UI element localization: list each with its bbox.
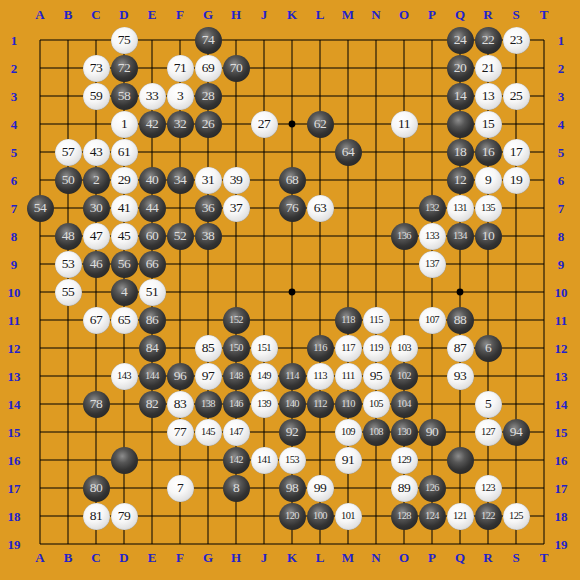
intersection-R2[interactable]: 21	[474, 54, 502, 82]
intersection-P12[interactable]	[418, 334, 446, 362]
intersection-B11[interactable]	[54, 306, 82, 334]
stone-move-19-S6[interactable]: 19	[503, 167, 530, 194]
intersection-L6[interactable]	[306, 166, 334, 194]
stone-move-108-N15[interactable]: 108	[363, 419, 390, 446]
intersection-H16[interactable]: 142	[222, 446, 250, 474]
stone-move-87-Q12[interactable]: 87	[447, 335, 474, 362]
stone-move-28-G3[interactable]: 28	[195, 83, 222, 110]
intersection-O14[interactable]: 104	[390, 390, 418, 418]
intersection-N12[interactable]: 119	[362, 334, 390, 362]
stone-move-114-K13[interactable]: 114	[279, 363, 306, 390]
intersection-P4[interactable]	[418, 110, 446, 138]
intersection-K19[interactable]	[278, 530, 306, 558]
intersection-E8[interactable]: 60	[138, 222, 166, 250]
stone-move-126-P17[interactable]: 126	[419, 475, 446, 502]
stone-move-42-E4[interactable]: 42	[139, 111, 166, 138]
intersection-D4[interactable]: 1	[110, 110, 138, 138]
intersection-T11[interactable]	[530, 306, 558, 334]
intersection-T4[interactable]	[530, 110, 558, 138]
intersection-G15[interactable]: 145	[194, 418, 222, 446]
intersection-K13[interactable]: 114	[278, 362, 306, 390]
stone-move-71-F2[interactable]: 71	[167, 55, 194, 82]
intersection-O3[interactable]	[390, 82, 418, 110]
intersection-E5[interactable]	[138, 138, 166, 166]
intersection-C5[interactable]: 43	[82, 138, 110, 166]
intersection-S12[interactable]	[502, 334, 530, 362]
stone-move-90-P15[interactable]: 90	[419, 419, 446, 446]
intersection-Q19[interactable]	[446, 530, 474, 558]
intersection-K11[interactable]	[278, 306, 306, 334]
intersection-T6[interactable]	[530, 166, 558, 194]
intersection-R19[interactable]	[474, 530, 502, 558]
intersection-N15[interactable]: 108	[362, 418, 390, 446]
intersection-E6[interactable]: 40	[138, 166, 166, 194]
stone-move-133-P8[interactable]: 133	[419, 223, 446, 250]
stone-move-61-D5[interactable]: 61	[111, 139, 138, 166]
intersection-Q16[interactable]	[446, 446, 474, 474]
intersection-S10[interactable]	[502, 278, 530, 306]
intersection-M17[interactable]	[334, 474, 362, 502]
intersection-H9[interactable]	[222, 250, 250, 278]
intersection-P9[interactable]: 137	[418, 250, 446, 278]
stone-move-95-N13[interactable]: 95	[363, 363, 390, 390]
stone-move-37-H7[interactable]: 37	[223, 195, 250, 222]
intersection-C10[interactable]	[82, 278, 110, 306]
intersection-J7[interactable]	[250, 194, 278, 222]
intersection-C8[interactable]: 47	[82, 222, 110, 250]
intersection-J13[interactable]: 149	[250, 362, 278, 390]
intersection-P10[interactable]	[418, 278, 446, 306]
stone-move-127-R15[interactable]: 127	[475, 419, 502, 446]
intersection-E15[interactable]	[138, 418, 166, 446]
intersection-P7[interactable]: 132	[418, 194, 446, 222]
stone-move-47-C8[interactable]: 47	[83, 223, 110, 250]
intersection-D17[interactable]	[110, 474, 138, 502]
stone-move-98-K17[interactable]: 98	[279, 475, 306, 502]
stone-move-32-F4[interactable]: 32	[167, 111, 194, 138]
intersection-G11[interactable]	[194, 306, 222, 334]
intersection-F3[interactable]: 3	[166, 82, 194, 110]
stone-move-14-Q3[interactable]: 14	[447, 83, 474, 110]
stone-move-59-C3[interactable]: 59	[83, 83, 110, 110]
stone-move-96-F13[interactable]: 96	[167, 363, 194, 390]
intersection-B16[interactable]	[54, 446, 82, 474]
intersection-J3[interactable]	[250, 82, 278, 110]
intersection-D18[interactable]: 79	[110, 502, 138, 530]
intersection-O19[interactable]	[390, 530, 418, 558]
stone-move-34-F6[interactable]: 34	[167, 167, 194, 194]
intersection-G7[interactable]: 36	[194, 194, 222, 222]
stone-move-54-A7[interactable]: 54	[27, 195, 54, 222]
intersection-J9[interactable]	[250, 250, 278, 278]
intersection-R18[interactable]: 122	[474, 502, 502, 530]
stone-move-39-H6[interactable]: 39	[223, 167, 250, 194]
intersection-F7[interactable]	[166, 194, 194, 222]
intersection-S6[interactable]: 19	[502, 166, 530, 194]
intersection-F4[interactable]: 32	[166, 110, 194, 138]
intersection-C17[interactable]: 80	[82, 474, 110, 502]
stone-move-103-O12[interactable]: 103	[391, 335, 418, 362]
intersection-A8[interactable]	[26, 222, 54, 250]
intersection-L3[interactable]	[306, 82, 334, 110]
stone-move-113-L13[interactable]: 113	[307, 363, 334, 390]
intersection-K8[interactable]	[278, 222, 306, 250]
stone-move-92-K15[interactable]: 92	[279, 419, 306, 446]
intersection-E13[interactable]: 144	[138, 362, 166, 390]
intersection-P3[interactable]	[418, 82, 446, 110]
stone-move-78-C14[interactable]: 78	[83, 391, 110, 418]
intersection-L7[interactable]: 63	[306, 194, 334, 222]
intersection-J1[interactable]	[250, 26, 278, 54]
stone-move-8-H17[interactable]: 8	[223, 475, 250, 502]
intersection-T1[interactable]	[530, 26, 558, 54]
intersection-T5[interactable]	[530, 138, 558, 166]
intersection-K10[interactable]	[278, 278, 306, 306]
intersection-M16[interactable]: 91	[334, 446, 362, 474]
intersection-C3[interactable]: 59	[82, 82, 110, 110]
intersection-D11[interactable]: 65	[110, 306, 138, 334]
intersection-R7[interactable]: 135	[474, 194, 502, 222]
intersection-N3[interactable]	[362, 82, 390, 110]
stone-move-2-C6[interactable]: 2	[83, 167, 110, 194]
intersection-J2[interactable]	[250, 54, 278, 82]
stone-move-86-E11[interactable]: 86	[139, 307, 166, 334]
intersection-F10[interactable]	[166, 278, 194, 306]
intersection-B6[interactable]: 50	[54, 166, 82, 194]
intersection-O18[interactable]: 128	[390, 502, 418, 530]
intersection-Q6[interactable]: 12	[446, 166, 474, 194]
intersection-O10[interactable]	[390, 278, 418, 306]
intersection-N2[interactable]	[362, 54, 390, 82]
stone-move-129-O16[interactable]: 129	[391, 447, 418, 474]
intersection-B3[interactable]	[54, 82, 82, 110]
intersection-F5[interactable]	[166, 138, 194, 166]
intersection-C1[interactable]	[82, 26, 110, 54]
stone-move-38-G8[interactable]: 38	[195, 223, 222, 250]
intersection-K18[interactable]: 120	[278, 502, 306, 530]
stone-move-123-R17[interactable]: 123	[475, 475, 502, 502]
intersection-A6[interactable]	[26, 166, 54, 194]
intersection-L11[interactable]	[306, 306, 334, 334]
stone-move-1-D4[interactable]: 1	[111, 111, 138, 138]
intersection-E18[interactable]	[138, 502, 166, 530]
intersection-T17[interactable]	[530, 474, 558, 502]
intersection-G1[interactable]: 74	[194, 26, 222, 54]
stone-move-66-E9[interactable]: 66	[139, 251, 166, 278]
intersection-L2[interactable]	[306, 54, 334, 82]
stone-move-7-F17[interactable]: 7	[167, 475, 194, 502]
stone-move-30-C7[interactable]: 30	[83, 195, 110, 222]
stone-move-58-D3[interactable]: 58	[111, 83, 138, 110]
intersection-J15[interactable]	[250, 418, 278, 446]
stone-move-137-P9[interactable]: 137	[419, 251, 446, 278]
intersection-O15[interactable]: 130	[390, 418, 418, 446]
intersection-R1[interactable]: 22	[474, 26, 502, 54]
stone-handicap-Q16[interactable]	[447, 447, 474, 474]
stone-move-77-F15[interactable]: 77	[167, 419, 194, 446]
stone-move-65-D11[interactable]: 65	[111, 307, 138, 334]
stone-move-50-B6[interactable]: 50	[55, 167, 82, 194]
intersection-B4[interactable]	[54, 110, 82, 138]
intersection-H17[interactable]: 8	[222, 474, 250, 502]
intersection-G18[interactable]	[194, 502, 222, 530]
intersection-P14[interactable]	[418, 390, 446, 418]
intersection-Q9[interactable]	[446, 250, 474, 278]
stone-move-44-E7[interactable]: 44	[139, 195, 166, 222]
intersection-B10[interactable]: 55	[54, 278, 82, 306]
stone-move-116-L12[interactable]: 116	[307, 335, 334, 362]
stone-move-53-B9[interactable]: 53	[55, 251, 82, 278]
intersection-C4[interactable]	[82, 110, 110, 138]
intersection-D2[interactable]: 72	[110, 54, 138, 82]
intersection-R6[interactable]: 9	[474, 166, 502, 194]
stone-move-20-Q2[interactable]: 20	[447, 55, 474, 82]
intersection-Q17[interactable]	[446, 474, 474, 502]
intersection-R17[interactable]: 123	[474, 474, 502, 502]
intersection-M14[interactable]: 110	[334, 390, 362, 418]
intersection-D19[interactable]	[110, 530, 138, 558]
stone-move-52-F8[interactable]: 52	[167, 223, 194, 250]
stone-move-4-D10[interactable]: 4	[111, 279, 138, 306]
intersection-E10[interactable]: 51	[138, 278, 166, 306]
intersection-T15[interactable]	[530, 418, 558, 446]
intersection-E16[interactable]	[138, 446, 166, 474]
stone-move-5-R14[interactable]: 5	[475, 391, 502, 418]
intersection-T12[interactable]	[530, 334, 558, 362]
intersection-Q1[interactable]: 24	[446, 26, 474, 54]
stone-move-68-K6[interactable]: 68	[279, 167, 306, 194]
stone-move-57-B5[interactable]: 57	[55, 139, 82, 166]
stone-move-152-H11[interactable]: 152	[223, 307, 250, 334]
stone-move-140-K14[interactable]: 140	[279, 391, 306, 418]
stone-move-26-G4[interactable]: 26	[195, 111, 222, 138]
intersection-N10[interactable]	[362, 278, 390, 306]
stone-move-74-G1[interactable]: 74	[195, 27, 222, 54]
intersection-A16[interactable]	[26, 446, 54, 474]
intersection-L10[interactable]	[306, 278, 334, 306]
stone-move-150-H12[interactable]: 150	[223, 335, 250, 362]
intersection-A5[interactable]	[26, 138, 54, 166]
intersection-D6[interactable]: 29	[110, 166, 138, 194]
intersection-G10[interactable]	[194, 278, 222, 306]
stone-move-69-G2[interactable]: 69	[195, 55, 222, 82]
stone-move-135-R7[interactable]: 135	[475, 195, 502, 222]
intersection-F8[interactable]: 52	[166, 222, 194, 250]
intersection-M13[interactable]: 111	[334, 362, 362, 390]
stone-move-143-D13[interactable]: 143	[111, 363, 138, 390]
stone-move-94-S15[interactable]: 94	[503, 419, 530, 446]
intersection-J6[interactable]	[250, 166, 278, 194]
intersection-C7[interactable]: 30	[82, 194, 110, 222]
intersection-K7[interactable]: 76	[278, 194, 306, 222]
stone-move-13-R3[interactable]: 13	[475, 83, 502, 110]
intersection-B19[interactable]	[54, 530, 82, 558]
intersection-H1[interactable]	[222, 26, 250, 54]
intersection-H6[interactable]: 39	[222, 166, 250, 194]
intersection-C19[interactable]	[82, 530, 110, 558]
intersection-N8[interactable]	[362, 222, 390, 250]
stone-move-15-R4[interactable]: 15	[475, 111, 502, 138]
intersection-N14[interactable]: 105	[362, 390, 390, 418]
stone-move-22-R1[interactable]: 22	[475, 27, 502, 54]
intersection-N9[interactable]	[362, 250, 390, 278]
intersection-D14[interactable]	[110, 390, 138, 418]
stone-move-55-B10[interactable]: 55	[55, 279, 82, 306]
intersection-M8[interactable]	[334, 222, 362, 250]
intersection-T3[interactable]	[530, 82, 558, 110]
intersection-T2[interactable]	[530, 54, 558, 82]
intersection-F2[interactable]: 71	[166, 54, 194, 82]
intersection-S2[interactable]	[502, 54, 530, 82]
stone-move-111-M13[interactable]: 111	[335, 363, 362, 390]
intersection-M11[interactable]: 118	[334, 306, 362, 334]
intersection-F13[interactable]: 96	[166, 362, 194, 390]
stone-move-146-H14[interactable]: 146	[223, 391, 250, 418]
intersection-A11[interactable]	[26, 306, 54, 334]
stone-move-10-R8[interactable]: 10	[475, 223, 502, 250]
intersection-C13[interactable]	[82, 362, 110, 390]
intersection-S11[interactable]	[502, 306, 530, 334]
stone-move-41-D7[interactable]: 41	[111, 195, 138, 222]
intersection-L8[interactable]	[306, 222, 334, 250]
intersection-S3[interactable]: 25	[502, 82, 530, 110]
stone-move-99-L17[interactable]: 99	[307, 475, 334, 502]
intersection-S8[interactable]	[502, 222, 530, 250]
intersection-P19[interactable]	[418, 530, 446, 558]
stone-move-16-R5[interactable]: 16	[475, 139, 502, 166]
intersection-B9[interactable]: 53	[54, 250, 82, 278]
intersection-G3[interactable]: 28	[194, 82, 222, 110]
stone-move-6-R12[interactable]: 6	[475, 335, 502, 362]
intersection-E11[interactable]: 86	[138, 306, 166, 334]
intersection-T19[interactable]	[530, 530, 558, 558]
intersection-D16[interactable]	[110, 446, 138, 474]
intersection-M2[interactable]	[334, 54, 362, 82]
stone-move-118-M11[interactable]: 118	[335, 307, 362, 334]
stone-move-91-M16[interactable]: 91	[335, 447, 362, 474]
intersection-L19[interactable]	[306, 530, 334, 558]
stone-move-88-Q11[interactable]: 88	[447, 307, 474, 334]
stone-move-120-K18[interactable]: 120	[279, 503, 306, 530]
intersection-O2[interactable]	[390, 54, 418, 82]
stone-move-70-H2[interactable]: 70	[223, 55, 250, 82]
intersection-R12[interactable]: 6	[474, 334, 502, 362]
intersection-N1[interactable]	[362, 26, 390, 54]
intersection-E14[interactable]: 82	[138, 390, 166, 418]
intersection-R16[interactable]	[474, 446, 502, 474]
intersection-D10[interactable]: 4	[110, 278, 138, 306]
intersection-B7[interactable]	[54, 194, 82, 222]
intersection-A14[interactable]	[26, 390, 54, 418]
intersection-D1[interactable]: 75	[110, 26, 138, 54]
stone-move-73-C2[interactable]: 73	[83, 55, 110, 82]
intersection-H19[interactable]	[222, 530, 250, 558]
intersection-M19[interactable]	[334, 530, 362, 558]
intersection-S19[interactable]	[502, 530, 530, 558]
intersection-B14[interactable]	[54, 390, 82, 418]
intersection-F15[interactable]: 77	[166, 418, 194, 446]
intersection-G6[interactable]: 31	[194, 166, 222, 194]
intersection-K12[interactable]	[278, 334, 306, 362]
intersection-B13[interactable]	[54, 362, 82, 390]
intersection-D15[interactable]	[110, 418, 138, 446]
intersection-S15[interactable]: 94	[502, 418, 530, 446]
stone-move-33-E3[interactable]: 33	[139, 83, 166, 110]
intersection-H10[interactable]	[222, 278, 250, 306]
intersection-P11[interactable]: 107	[418, 306, 446, 334]
intersection-M1[interactable]	[334, 26, 362, 54]
intersection-O1[interactable]	[390, 26, 418, 54]
intersection-M4[interactable]	[334, 110, 362, 138]
stone-move-67-C11[interactable]: 67	[83, 307, 110, 334]
stone-move-36-G7[interactable]: 36	[195, 195, 222, 222]
stone-handicap-D16[interactable]	[111, 447, 138, 474]
intersection-G2[interactable]: 69	[194, 54, 222, 82]
intersection-M10[interactable]	[334, 278, 362, 306]
stone-move-145-G15[interactable]: 145	[195, 419, 222, 446]
intersection-E4[interactable]: 42	[138, 110, 166, 138]
stone-move-18-Q5[interactable]: 18	[447, 139, 474, 166]
intersection-L4[interactable]: 62	[306, 110, 334, 138]
stone-move-109-M15[interactable]: 109	[335, 419, 362, 446]
intersection-K4[interactable]	[278, 110, 306, 138]
intersection-O4[interactable]: 11	[390, 110, 418, 138]
intersection-J14[interactable]: 139	[250, 390, 278, 418]
intersection-T18[interactable]	[530, 502, 558, 530]
intersection-H14[interactable]: 146	[222, 390, 250, 418]
stone-move-17-S5[interactable]: 17	[503, 139, 530, 166]
intersection-Q18[interactable]: 121	[446, 502, 474, 530]
intersection-C15[interactable]	[82, 418, 110, 446]
stone-move-46-C9[interactable]: 46	[83, 251, 110, 278]
intersection-J4[interactable]: 27	[250, 110, 278, 138]
intersection-O16[interactable]: 129	[390, 446, 418, 474]
intersection-S4[interactable]	[502, 110, 530, 138]
intersection-K9[interactable]	[278, 250, 306, 278]
intersection-J12[interactable]: 151	[250, 334, 278, 362]
intersection-G8[interactable]: 38	[194, 222, 222, 250]
intersection-K15[interactable]: 92	[278, 418, 306, 446]
intersection-C12[interactable]	[82, 334, 110, 362]
intersection-O8[interactable]: 136	[390, 222, 418, 250]
stone-move-134-Q8[interactable]: 134	[447, 223, 474, 250]
intersection-K5[interactable]	[278, 138, 306, 166]
intersection-A3[interactable]	[26, 82, 54, 110]
intersection-K2[interactable]	[278, 54, 306, 82]
intersection-N17[interactable]	[362, 474, 390, 502]
intersection-J17[interactable]	[250, 474, 278, 502]
intersection-J10[interactable]	[250, 278, 278, 306]
stone-move-24-Q1[interactable]: 24	[447, 27, 474, 54]
stone-move-119-N12[interactable]: 119	[363, 335, 390, 362]
intersection-S14[interactable]	[502, 390, 530, 418]
stone-move-102-O13[interactable]: 102	[391, 363, 418, 390]
intersection-L9[interactable]	[306, 250, 334, 278]
stone-move-115-N11[interactable]: 115	[363, 307, 390, 334]
intersection-B17[interactable]	[54, 474, 82, 502]
stone-move-117-M12[interactable]: 117	[335, 335, 362, 362]
intersection-A4[interactable]	[26, 110, 54, 138]
intersection-R13[interactable]	[474, 362, 502, 390]
intersection-F16[interactable]	[166, 446, 194, 474]
intersection-G19[interactable]	[194, 530, 222, 558]
intersection-A7[interactable]: 54	[26, 194, 54, 222]
stone-move-43-C5[interactable]: 43	[83, 139, 110, 166]
intersection-N13[interactable]: 95	[362, 362, 390, 390]
intersection-Q8[interactable]: 134	[446, 222, 474, 250]
intersection-T8[interactable]	[530, 222, 558, 250]
intersection-G14[interactable]: 138	[194, 390, 222, 418]
